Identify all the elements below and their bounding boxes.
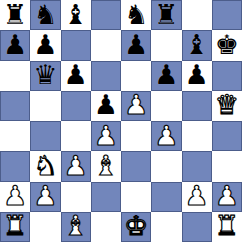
square-h5[interactable]: ♛	[212, 91, 242, 121]
square-f2[interactable]	[151, 182, 181, 212]
piece-white-pawn[interactable]: ♟	[124, 91, 148, 118]
square-d4[interactable]: ♟	[91, 121, 121, 151]
piece-white-bishop[interactable]: ♝	[64, 212, 88, 239]
square-b8[interactable]: ♞	[30, 0, 60, 30]
square-h2[interactable]: ♟	[212, 182, 242, 212]
piece-white-queen[interactable]: ♛	[215, 91, 239, 118]
square-h3[interactable]	[212, 151, 242, 181]
square-e3[interactable]	[121, 151, 151, 181]
square-f8[interactable]: ♜	[151, 0, 181, 30]
piece-black-pawn[interactable]: ♟	[154, 61, 178, 88]
piece-white-rook[interactable]: ♜	[3, 212, 27, 239]
piece-black-pawn[interactable]: ♟	[124, 31, 148, 58]
square-g8[interactable]	[182, 0, 212, 30]
square-g5[interactable]	[182, 91, 212, 121]
square-c1[interactable]: ♝	[61, 212, 91, 242]
piece-black-pawn[interactable]: ♟	[64, 61, 88, 88]
square-a6[interactable]	[0, 61, 30, 91]
piece-black-rook[interactable]: ♜	[154, 1, 178, 28]
piece-black-pawn[interactable]: ♟	[94, 91, 118, 118]
square-c8[interactable]: ♝	[61, 0, 91, 30]
square-a5[interactable]	[0, 91, 30, 121]
square-h1[interactable]: ♜	[212, 212, 242, 242]
square-f3[interactable]	[151, 151, 181, 181]
square-c2[interactable]	[61, 182, 91, 212]
piece-white-pawn[interactable]: ♟	[154, 122, 178, 149]
square-e5[interactable]: ♟	[121, 91, 151, 121]
square-a1[interactable]: ♜	[0, 212, 30, 242]
square-h8[interactable]	[212, 0, 242, 30]
square-d7[interactable]	[91, 30, 121, 60]
piece-black-pawn[interactable]: ♟	[3, 31, 27, 58]
square-d2[interactable]	[91, 182, 121, 212]
piece-black-bishop[interactable]: ♝	[185, 31, 209, 58]
square-h7[interactable]: ♚	[212, 30, 242, 60]
piece-black-queen[interactable]: ♛	[33, 61, 57, 88]
piece-white-pawn[interactable]: ♟	[3, 182, 27, 209]
square-e1[interactable]: ♚	[121, 212, 151, 242]
square-g3[interactable]	[182, 151, 212, 181]
piece-black-rook[interactable]: ♜	[3, 1, 27, 28]
piece-black-pawn[interactable]: ♟	[185, 61, 209, 88]
piece-black-bishop[interactable]: ♝	[64, 1, 88, 28]
piece-white-pawn[interactable]: ♟	[64, 152, 88, 179]
square-b4[interactable]	[30, 121, 60, 151]
square-c7[interactable]	[61, 30, 91, 60]
piece-white-knight[interactable]: ♞	[33, 152, 57, 179]
piece-black-king[interactable]: ♚	[215, 31, 239, 58]
square-f5[interactable]	[151, 91, 181, 121]
square-d6[interactable]	[91, 61, 121, 91]
square-a8[interactable]: ♜	[0, 0, 30, 30]
square-h4[interactable]	[212, 121, 242, 151]
square-a3[interactable]	[0, 151, 30, 181]
piece-white-rook[interactable]: ♜	[215, 212, 239, 239]
square-a4[interactable]	[0, 121, 30, 151]
square-b6[interactable]: ♛	[30, 61, 60, 91]
square-f1[interactable]	[151, 212, 181, 242]
square-b1[interactable]	[30, 212, 60, 242]
piece-white-pawn[interactable]: ♟	[94, 122, 118, 149]
piece-black-knight[interactable]: ♞	[33, 1, 57, 28]
piece-white-pawn[interactable]: ♟	[185, 182, 209, 209]
square-e6[interactable]	[121, 61, 151, 91]
square-a2[interactable]: ♟	[0, 182, 30, 212]
square-b7[interactable]: ♟	[30, 30, 60, 60]
square-g6[interactable]: ♟	[182, 61, 212, 91]
square-e4[interactable]	[121, 121, 151, 151]
piece-white-pawn[interactable]: ♟	[215, 182, 239, 209]
square-d3[interactable]: ♝	[91, 151, 121, 181]
piece-white-king[interactable]: ♚	[124, 212, 148, 239]
square-e2[interactable]	[121, 182, 151, 212]
piece-black-knight[interactable]: ♞	[124, 1, 148, 28]
square-e8[interactable]: ♞	[121, 0, 151, 30]
square-b2[interactable]: ♟	[30, 182, 60, 212]
piece-black-pawn[interactable]: ♟	[33, 31, 57, 58]
square-g1[interactable]	[182, 212, 212, 242]
square-g7[interactable]: ♝	[182, 30, 212, 60]
square-f6[interactable]: ♟	[151, 61, 181, 91]
square-c3[interactable]: ♟	[61, 151, 91, 181]
square-e7[interactable]: ♟	[121, 30, 151, 60]
chess-board: ♜♞♝♞♜♟♟♟♝♚♛♟♟♟♟♟♛♟♟♞♟♝♟♟♟♟♜♝♚♜	[0, 0, 242, 242]
square-g4[interactable]	[182, 121, 212, 151]
square-f7[interactable]	[151, 30, 181, 60]
square-c5[interactable]	[61, 91, 91, 121]
square-c6[interactable]: ♟	[61, 61, 91, 91]
square-b3[interactable]: ♞	[30, 151, 60, 181]
piece-white-bishop[interactable]: ♝	[94, 152, 118, 179]
square-b5[interactable]	[30, 91, 60, 121]
piece-white-pawn[interactable]: ♟	[33, 182, 57, 209]
square-g2[interactable]: ♟	[182, 182, 212, 212]
square-d8[interactable]	[91, 0, 121, 30]
square-d5[interactable]: ♟	[91, 91, 121, 121]
square-a7[interactable]: ♟	[0, 30, 30, 60]
square-d1[interactable]	[91, 212, 121, 242]
square-h6[interactable]	[212, 61, 242, 91]
square-f4[interactable]: ♟	[151, 121, 181, 151]
square-c4[interactable]	[61, 121, 91, 151]
